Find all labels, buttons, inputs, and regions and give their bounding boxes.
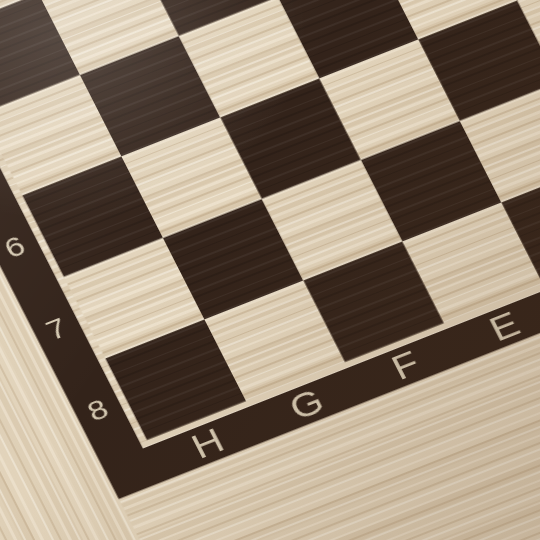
chessboard-photo: 678 HGFE [0,0,540,540]
board-surface: 678 HGFE [0,0,540,540]
